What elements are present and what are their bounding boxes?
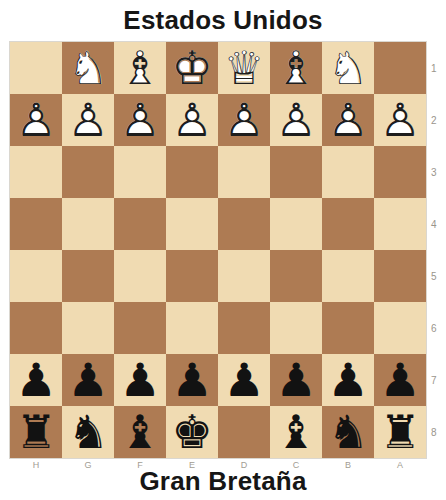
square-b4[interactable] (322, 198, 374, 250)
piece-wQ-d1[interactable]: ♛♕ (218, 42, 270, 94)
piece-bP-h7[interactable]: ♟ (10, 354, 62, 406)
black-P-fill-glyph: ♟ (322, 354, 374, 406)
square-g6[interactable] (62, 302, 114, 354)
square-a2[interactable]: ♟♙ (374, 94, 426, 146)
square-d1[interactable]: ♛♕ (218, 42, 270, 94)
rank-label-7: 7 (429, 354, 445, 406)
black-P-fill-glyph: ♟ (166, 354, 218, 406)
square-f8[interactable]: ♝ (114, 406, 166, 458)
piece-wP-d2[interactable]: ♟♙ (218, 94, 270, 146)
square-h5[interactable] (10, 250, 62, 302)
square-h6[interactable] (10, 302, 62, 354)
square-b7[interactable]: ♟ (322, 354, 374, 406)
piece-bR-h8[interactable]: ♜ (10, 406, 62, 458)
piece-wP-h2[interactable]: ♟♙ (10, 94, 62, 146)
piece-wP-a2[interactable]: ♟♙ (374, 94, 426, 146)
piece-bP-f7[interactable]: ♟ (114, 354, 166, 406)
piece-wB-c1[interactable]: ♝♗ (270, 42, 322, 94)
square-e8[interactable]: ♚ (166, 406, 218, 458)
square-c2[interactable]: ♟♙ (270, 94, 322, 146)
square-g2[interactable]: ♟♙ (62, 94, 114, 146)
piece-wB-f1[interactable]: ♝♗ (114, 42, 166, 94)
square-e6[interactable] (166, 302, 218, 354)
piece-bN-b8[interactable]: ♞ (322, 406, 374, 458)
square-c5[interactable] (270, 250, 322, 302)
square-c3[interactable] (270, 146, 322, 198)
piece-wN-b1[interactable]: ♞♘ (322, 42, 374, 94)
rank-label-3: 3 (429, 146, 445, 198)
square-f3[interactable] (114, 146, 166, 198)
square-g7[interactable]: ♟ (62, 354, 114, 406)
square-c4[interactable] (270, 198, 322, 250)
square-g1[interactable]: ♞♘ (62, 42, 114, 94)
piece-wP-g2[interactable]: ♟♙ (62, 94, 114, 146)
square-a3[interactable] (374, 146, 426, 198)
black-P-fill-glyph: ♟ (218, 354, 270, 406)
square-f7[interactable]: ♟ (114, 354, 166, 406)
square-e1[interactable]: ♚♔ (166, 42, 218, 94)
white-Q-outline-glyph: ♕ (218, 42, 270, 94)
white-P-outline-glyph: ♙ (114, 94, 166, 146)
white-B-outline-glyph: ♗ (270, 42, 322, 94)
white-P-outline-glyph: ♙ (218, 94, 270, 146)
rank-label-4: 4 (429, 198, 445, 250)
piece-bK-e8[interactable]: ♚ (166, 406, 218, 458)
piece-wP-b2[interactable]: ♟♙ (322, 94, 374, 146)
black-P-fill-glyph: ♟ (62, 354, 114, 406)
piece-bB-c8[interactable]: ♝ (270, 406, 322, 458)
square-g4[interactable] (62, 198, 114, 250)
piece-wK-e1[interactable]: ♚♔ (166, 42, 218, 94)
black-N-fill-glyph: ♞ (62, 406, 114, 458)
square-g3[interactable] (62, 146, 114, 198)
square-d6[interactable] (218, 302, 270, 354)
black-R-fill-glyph: ♜ (10, 406, 62, 458)
black-N-fill-glyph: ♞ (322, 406, 374, 458)
rank-label-5: 5 (429, 250, 445, 302)
square-e7[interactable]: ♟ (166, 354, 218, 406)
square-h8[interactable]: ♜ (10, 406, 62, 458)
white-P-outline-glyph: ♙ (270, 94, 322, 146)
piece-bP-e7[interactable]: ♟ (166, 354, 218, 406)
square-e2[interactable]: ♟♙ (166, 94, 218, 146)
black-P-fill-glyph: ♟ (10, 354, 62, 406)
rank-label-1: 1 (429, 42, 445, 94)
chess-board: ♞♘♝♗♚♔♛♕♝♗♞♘♟♙♟♙♟♙♟♙♟♙♟♙♟♙♟♙♟♟♟♟♟♟♟♟♜♞♝♚… (10, 42, 426, 458)
white-P-outline-glyph: ♙ (374, 94, 426, 146)
square-d3[interactable] (218, 146, 270, 198)
piece-bP-b7[interactable]: ♟ (322, 354, 374, 406)
white-K-outline-glyph: ♔ (166, 42, 218, 94)
square-b2[interactable]: ♟♙ (322, 94, 374, 146)
square-g5[interactable] (62, 250, 114, 302)
square-a1[interactable] (374, 42, 426, 94)
piece-wP-e2[interactable]: ♟♙ (166, 94, 218, 146)
title-black-side: Gran Bretaña (0, 466, 446, 497)
white-P-outline-glyph: ♙ (322, 94, 374, 146)
square-h2[interactable]: ♟♙ (10, 94, 62, 146)
black-P-fill-glyph: ♟ (270, 354, 322, 406)
square-b3[interactable] (322, 146, 374, 198)
square-f5[interactable] (114, 250, 166, 302)
piece-bP-c7[interactable]: ♟ (270, 354, 322, 406)
square-b1[interactable]: ♞♘ (322, 42, 374, 94)
rank-labels: 12345678 (429, 42, 445, 458)
square-e3[interactable] (166, 146, 218, 198)
square-d7[interactable]: ♟ (218, 354, 270, 406)
square-c6[interactable] (270, 302, 322, 354)
square-f2[interactable]: ♟♙ (114, 94, 166, 146)
piece-wP-f2[interactable]: ♟♙ (114, 94, 166, 146)
piece-bB-f8[interactable]: ♝ (114, 406, 166, 458)
square-a8[interactable]: ♜ (374, 406, 426, 458)
piece-bP-d7[interactable]: ♟ (218, 354, 270, 406)
square-e5[interactable] (166, 250, 218, 302)
piece-wP-c2[interactable]: ♟♙ (270, 94, 322, 146)
white-B-outline-glyph: ♗ (114, 42, 166, 94)
square-a7[interactable]: ♟ (374, 354, 426, 406)
square-a6[interactable] (374, 302, 426, 354)
white-P-outline-glyph: ♙ (62, 94, 114, 146)
black-P-fill-glyph: ♟ (374, 354, 426, 406)
square-h4[interactable] (10, 198, 62, 250)
black-K-fill-glyph: ♚ (166, 406, 218, 458)
square-e4[interactable] (166, 198, 218, 250)
title-white-side: Estados Unidos (0, 5, 446, 36)
square-c8[interactable]: ♝ (270, 406, 322, 458)
piece-bN-g8[interactable]: ♞ (62, 406, 114, 458)
square-b5[interactable] (322, 250, 374, 302)
black-B-fill-glyph: ♝ (114, 406, 166, 458)
square-d2[interactable]: ♟♙ (218, 94, 270, 146)
square-h7[interactable]: ♟ (10, 354, 62, 406)
square-h3[interactable] (10, 146, 62, 198)
rank-label-2: 2 (429, 94, 445, 146)
square-c1[interactable]: ♝♗ (270, 42, 322, 94)
square-h1[interactable] (10, 42, 62, 94)
square-d8[interactable] (218, 406, 270, 458)
piece-wN-g1[interactable]: ♞♘ (62, 42, 114, 94)
white-N-outline-glyph: ♘ (62, 42, 114, 94)
black-R-fill-glyph: ♜ (374, 406, 426, 458)
white-N-outline-glyph: ♘ (322, 42, 374, 94)
piece-bP-g7[interactable]: ♟ (62, 354, 114, 406)
square-b6[interactable] (322, 302, 374, 354)
square-d5[interactable] (218, 250, 270, 302)
white-P-outline-glyph: ♙ (166, 94, 218, 146)
rank-label-8: 8 (429, 406, 445, 458)
square-f6[interactable] (114, 302, 166, 354)
square-c7[interactable]: ♟ (270, 354, 322, 406)
square-d4[interactable] (218, 198, 270, 250)
chess-diagram: Estados Unidos ♞♘♝♗♚♔♛♕♝♗♞♘♟♙♟♙♟♙♟♙♟♙♟♙♟… (0, 0, 446, 500)
white-P-outline-glyph: ♙ (10, 94, 62, 146)
square-a5[interactable] (374, 250, 426, 302)
square-g8[interactable]: ♞ (62, 406, 114, 458)
piece-bP-a7[interactable]: ♟ (374, 354, 426, 406)
square-a4[interactable] (374, 198, 426, 250)
square-f1[interactable]: ♝♗ (114, 42, 166, 94)
square-b8[interactable]: ♞ (322, 406, 374, 458)
black-B-fill-glyph: ♝ (270, 406, 322, 458)
rank-label-6: 6 (429, 302, 445, 354)
piece-bR-a8[interactable]: ♜ (374, 406, 426, 458)
square-f4[interactable] (114, 198, 166, 250)
black-P-fill-glyph: ♟ (114, 354, 166, 406)
